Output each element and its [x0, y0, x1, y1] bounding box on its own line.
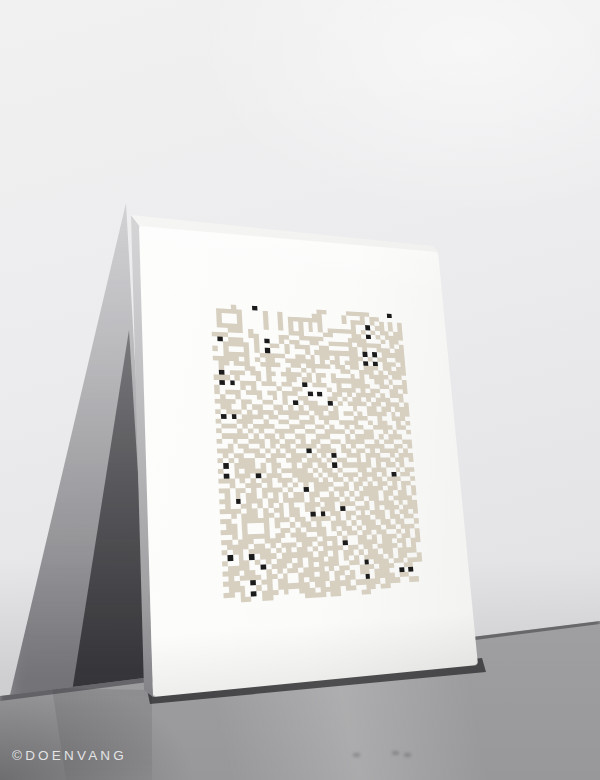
kufic-stroke-cell: [274, 344, 279, 349]
kufic-empty-cell: [212, 351, 218, 356]
kufic-stroke-cell: [362, 467, 367, 472]
kufic-empty-cell: [277, 396, 282, 401]
kufic-stroke-cell: [404, 514, 409, 519]
kufic-empty-cell: [247, 405, 253, 410]
kufic-stroke-cell: [342, 329, 347, 334]
kufic-empty-cell: [284, 340, 289, 345]
kufic-accent-cell: [217, 337, 223, 342]
kufic-stroke-cell: [350, 511, 355, 516]
kufic-empty-cell: [220, 514, 226, 519]
kufic-empty-cell: [277, 483, 283, 488]
kufic-empty-cell: [405, 416, 410, 421]
kufic-empty-cell: [288, 401, 293, 406]
kufic-empty-cell: [275, 528, 281, 533]
kufic-stroke-cell: [309, 336, 314, 341]
kufic-empty-cell: [319, 492, 324, 497]
kufic-empty-cell: [376, 339, 381, 344]
kufic-stroke-cell: [234, 361, 239, 366]
kufic-stroke-cell: [318, 328, 323, 333]
kufic-empty-cell: [329, 346, 334, 351]
kufic-stroke-cell: [324, 420, 329, 425]
kufic-empty-cell: [288, 573, 294, 578]
kufic-empty-cell: [258, 523, 264, 528]
kufic-stroke-cell: [252, 498, 258, 503]
kufic-empty-cell: [355, 575, 360, 580]
kufic-stroke-cell: [239, 576, 245, 582]
kufic-empty-cell: [335, 506, 340, 511]
kufic-stroke-cell: [267, 574, 273, 579]
kufic-empty-cell: [371, 339, 376, 344]
kufic-stroke-cell: [399, 509, 404, 514]
kufic-empty-cell: [315, 355, 320, 360]
kufic-empty-cell: [332, 531, 337, 536]
kufic-stroke-cell: [363, 416, 368, 421]
kufic-empty-cell: [345, 374, 350, 379]
kufic-empty-cell: [249, 453, 255, 458]
kufic-stroke-cell: [320, 577, 325, 582]
kufic-stroke-cell: [367, 411, 372, 416]
kufic-empty-cell: [286, 363, 291, 368]
kufic-stroke-cell: [250, 366, 255, 371]
kufic-stroke-cell: [321, 448, 326, 453]
kufic-stroke-cell: [296, 444, 301, 449]
kufic-empty-cell: [258, 419, 263, 424]
kufic-empty-cell: [314, 572, 319, 577]
kufic-empty-cell: [281, 538, 287, 543]
kufic-empty-cell: [319, 341, 324, 346]
kufic-stroke-cell: [265, 353, 270, 358]
kufic-empty-cell: [223, 459, 229, 464]
kufic-empty-cell: [361, 397, 366, 402]
kufic-stroke-cell: [244, 343, 249, 348]
kufic-empty-cell: [328, 406, 333, 411]
kufic-stroke-cell: [249, 449, 255, 454]
kufic-stroke-cell: [393, 558, 398, 563]
kufic-stroke-cell: [283, 498, 289, 503]
kufic-stroke-cell: [313, 477, 318, 482]
kufic-empty-cell: [308, 396, 313, 401]
kufic-stroke-cell: [317, 310, 322, 315]
kufic-empty-cell: [376, 520, 381, 525]
kufic-empty-cell: [386, 529, 391, 534]
kufic-empty-cell: [252, 315, 257, 320]
kufic-stroke-cell: [306, 364, 311, 369]
kufic-stroke-cell: [325, 429, 330, 434]
kufic-stroke-cell: [254, 338, 259, 343]
kufic-stroke-cell: [254, 343, 259, 348]
kufic-stroke-cell: [226, 530, 232, 535]
kufic-empty-cell: [322, 314, 327, 319]
kufic-stroke-cell: [244, 444, 250, 449]
kufic-stroke-cell: [256, 585, 262, 591]
kufic-stroke-cell: [338, 402, 343, 407]
kufic-stroke-cell: [384, 558, 389, 563]
kufic-stroke-cell: [307, 378, 312, 383]
kufic-empty-cell: [378, 491, 383, 496]
kufic-stroke-cell: [292, 553, 298, 558]
kufic-empty-cell: [338, 338, 343, 343]
kufic-empty-cell: [293, 322, 298, 327]
kufic-stroke-cell: [225, 499, 231, 504]
kufic-empty-cell: [222, 327, 227, 332]
kufic-empty-cell: [257, 493, 263, 498]
kufic-empty-cell: [350, 316, 355, 321]
kufic-stroke-cell: [237, 310, 242, 315]
kufic-stroke-cell: [237, 314, 242, 319]
kufic-artwork-grid: [210, 303, 424, 603]
kufic-stroke-cell: [384, 384, 389, 389]
kufic-empty-cell: [398, 448, 403, 453]
kufic-empty-cell: [227, 429, 233, 434]
kufic-empty-cell: [289, 335, 294, 340]
kufic-empty-cell: [331, 315, 336, 320]
kufic-stroke-cell: [369, 430, 374, 435]
kufic-stroke-cell: [229, 484, 235, 489]
kufic-empty-cell: [374, 384, 379, 389]
kufic-accent-cell: [264, 339, 269, 344]
kufic-stroke-cell: [282, 468, 287, 473]
kufic-empty-cell: [339, 556, 344, 561]
kufic-stroke-cell: [350, 439, 355, 444]
kufic-stroke-cell: [319, 350, 324, 355]
kufic-stroke-cell: [226, 524, 232, 529]
kufic-stroke-cell: [366, 458, 371, 463]
kufic-stroke-cell: [355, 434, 360, 439]
kufic-empty-cell: [364, 317, 369, 322]
kufic-stroke-cell: [325, 355, 330, 360]
kufic-empty-cell: [329, 571, 334, 576]
kufic-empty-cell: [236, 404, 242, 409]
kufic-empty-cell: [295, 349, 300, 354]
kufic-stroke-cell: [316, 517, 321, 522]
kufic-empty-cell: [348, 416, 353, 421]
kufic-stroke-cell: [283, 400, 288, 405]
kufic-accent-cell: [373, 361, 378, 366]
kufic-stroke-cell: [354, 487, 359, 492]
kufic-accent-cell: [399, 567, 404, 572]
kufic-stroke-cell: [403, 505, 408, 510]
kufic-stroke-cell: [278, 584, 284, 589]
kufic-stroke-cell: [396, 367, 401, 372]
kufic-stroke-cell: [336, 516, 341, 521]
kufic-stroke-cell: [234, 468, 240, 473]
kufic-stroke-cell: [394, 448, 399, 453]
kufic-empty-cell: [375, 393, 380, 398]
kufic-empty-cell: [276, 553, 282, 558]
kufic-empty-cell: [340, 434, 345, 439]
kufic-stroke-cell: [321, 444, 326, 449]
kufic-stroke-cell: [292, 377, 297, 382]
kufic-empty-cell: [370, 505, 375, 510]
kufic-stroke-cell: [414, 576, 419, 581]
kufic-accent-cell: [261, 564, 267, 569]
kufic-stroke-cell: [326, 444, 331, 449]
kufic-stroke-cell: [255, 468, 261, 473]
kufic-stroke-cell: [221, 540, 227, 545]
kufic-empty-cell: [217, 454, 223, 459]
kufic-empty-cell: [304, 341, 309, 346]
kufic-empty-cell: [355, 316, 360, 321]
kufic-empty-cell: [258, 513, 264, 518]
kufic-empty-cell: [358, 347, 363, 352]
kufic-empty-cell: [381, 462, 386, 467]
kufic-empty-cell: [285, 354, 290, 359]
kufic-empty-cell: [293, 396, 298, 401]
kufic-empty-cell: [269, 334, 274, 339]
kufic-empty-cell: [255, 463, 261, 468]
kufic-empty-cell: [393, 327, 398, 332]
kufic-empty-cell: [371, 463, 376, 468]
kufic-stroke-cell: [366, 515, 371, 520]
kufic-empty-cell: [238, 449, 244, 454]
kufic-empty-cell: [383, 380, 388, 385]
kufic-empty-cell: [271, 559, 277, 564]
kufic-stroke-cell: [382, 421, 387, 426]
kufic-empty-cell: [222, 566, 228, 572]
kufic-empty-cell: [374, 434, 379, 439]
kufic-empty-cell: [392, 323, 397, 328]
kufic-stroke-cell: [222, 434, 228, 439]
kufic-stroke-cell: [270, 453, 275, 458]
kufic-empty-cell: [329, 355, 334, 360]
kufic-empty-cell: [326, 521, 331, 526]
kufic-empty-cell: [307, 468, 312, 473]
kufic-empty-cell: [267, 395, 272, 400]
kufic-stroke-cell: [352, 406, 357, 411]
kufic-empty-cell: [244, 453, 250, 458]
kufic-empty-cell: [308, 482, 313, 487]
kufic-stroke-cell: [239, 453, 245, 458]
kufic-empty-cell: [248, 324, 253, 329]
kufic-empty-cell: [213, 370, 219, 375]
kufic-stroke-cell: [289, 502, 294, 507]
kufic-stroke-cell: [294, 345, 299, 350]
kufic-stroke-cell: [342, 458, 347, 463]
kufic-empty-cell: [344, 356, 349, 361]
kufic-empty-cell: [332, 324, 337, 329]
kufic-stroke-cell: [374, 496, 379, 501]
kufic-empty-cell: [237, 529, 243, 534]
kufic-empty-cell: [261, 371, 266, 376]
kufic-empty-cell: [350, 506, 355, 511]
kufic-stroke-cell: [336, 378, 341, 383]
kufic-stroke-cell: [409, 467, 414, 472]
kufic-empty-cell: [369, 313, 374, 318]
kufic-stroke-cell: [400, 472, 405, 477]
kufic-stroke-cell: [347, 338, 352, 343]
kufic-stroke-cell: [238, 328, 243, 333]
kufic-stroke-cell: [242, 529, 248, 534]
kufic-stroke-cell: [296, 373, 301, 378]
kufic-empty-cell: [377, 534, 382, 539]
kufic-stroke-cell: [274, 518, 280, 523]
kufic-stroke-cell: [297, 387, 302, 392]
kufic-empty-cell: [260, 357, 265, 362]
kufic-stroke-cell: [408, 500, 413, 505]
kufic-empty-cell: [307, 313, 312, 318]
kufic-stroke-cell: [389, 340, 394, 345]
kufic-empty-cell: [383, 313, 388, 318]
kufic-empty-cell: [211, 308, 216, 313]
kufic-stroke-cell: [231, 524, 237, 529]
kufic-empty-cell: [285, 434, 290, 439]
kufic-stroke-cell: [350, 570, 355, 575]
kufic-stroke-cell: [258, 410, 263, 415]
kufic-empty-cell: [402, 376, 407, 381]
kufic-stroke-cell: [298, 317, 303, 322]
kufic-empty-cell: [344, 560, 349, 565]
kufic-stroke-cell: [322, 383, 327, 388]
kufic-empty-cell: [356, 330, 361, 335]
kufic-stroke-cell: [216, 308, 221, 313]
kufic-stroke-cell: [376, 344, 381, 349]
kufic-empty-cell: [258, 329, 263, 334]
kufic-empty-cell: [243, 333, 248, 338]
kufic-empty-cell: [287, 463, 292, 468]
kufic-empty-cell: [280, 439, 285, 444]
kufic-stroke-cell: [217, 332, 223, 337]
kufic-stroke-cell: [214, 384, 220, 389]
kufic-stroke-cell: [324, 571, 329, 576]
kufic-empty-cell: [339, 496, 344, 501]
kufic-stroke-cell: [354, 496, 359, 501]
kufic-stroke-cell: [251, 483, 257, 488]
kufic-empty-cell: [353, 540, 358, 545]
kufic-stroke-cell: [240, 380, 245, 385]
kufic-stroke-cell: [363, 477, 368, 482]
kufic-empty-cell: [344, 491, 349, 496]
kufic-stroke-cell: [338, 477, 343, 482]
kufic-empty-cell: [305, 439, 310, 444]
kufic-stroke-cell: [311, 527, 316, 532]
kufic-stroke-cell: [276, 558, 282, 563]
kufic-empty-cell: [395, 462, 400, 467]
kufic-empty-cell: [313, 473, 318, 478]
kufic-empty-cell: [348, 406, 353, 411]
kufic-stroke-cell: [330, 439, 335, 444]
kufic-stroke-cell: [258, 414, 263, 419]
kufic-stroke-cell: [275, 538, 281, 543]
kufic-empty-cell: [297, 377, 302, 382]
kufic-stroke-cell: [257, 390, 262, 395]
kufic-stroke-cell: [296, 453, 301, 458]
kufic-empty-cell: [255, 367, 260, 372]
kufic-empty-cell: [279, 330, 284, 335]
kufic-stroke-cell: [306, 527, 311, 532]
kufic-empty-cell: [246, 385, 251, 390]
kufic-stroke-cell: [354, 361, 359, 366]
kufic-stroke-cell: [294, 415, 299, 420]
kufic-stroke-cell: [395, 458, 400, 463]
kufic-stroke-cell: [233, 566, 239, 571]
kufic-stroke-cell: [240, 488, 246, 493]
kufic-stroke-cell: [368, 482, 373, 487]
kufic-empty-cell: [295, 522, 300, 527]
kufic-stroke-cell: [240, 597, 246, 603]
kufic-empty-cell: [246, 591, 252, 597]
kufic-stroke-cell: [384, 331, 389, 336]
kufic-empty-cell: [256, 386, 261, 391]
kufic-empty-cell: [276, 377, 281, 382]
kufic-stroke-cell: [351, 520, 356, 525]
kufic-stroke-cell: [364, 370, 369, 375]
kufic-stroke-cell: [360, 379, 365, 384]
kufic-empty-cell: [241, 498, 247, 503]
kufic-empty-cell: [230, 499, 236, 504]
kufic-stroke-cell: [309, 341, 314, 346]
kufic-empty-cell: [345, 430, 350, 435]
kufic-stroke-cell: [328, 333, 333, 338]
kufic-stroke-cell: [273, 498, 279, 503]
kufic-stroke-cell: [305, 429, 310, 434]
kufic-empty-cell: [255, 362, 260, 367]
kufic-empty-cell: [225, 385, 231, 390]
kufic-empty-cell: [267, 311, 272, 316]
kufic-empty-cell: [294, 588, 300, 593]
kufic-empty-cell: [331, 444, 336, 449]
kufic-stroke-cell: [391, 476, 396, 481]
kufic-empty-cell: [351, 458, 356, 463]
kufic-empty-cell: [396, 533, 401, 538]
kufic-empty-cell: [296, 368, 301, 373]
kufic-empty-cell: [297, 463, 302, 468]
kufic-empty-cell: [337, 463, 342, 468]
kufic-empty-cell: [359, 560, 364, 565]
kufic-stroke-cell: [239, 352, 244, 357]
kufic-stroke-cell: [381, 407, 386, 412]
kufic-empty-cell: [252, 503, 258, 508]
kufic-empty-cell: [318, 401, 323, 406]
kufic-empty-cell: [298, 483, 303, 488]
kufic-stroke-cell: [314, 567, 319, 572]
kufic-empty-cell: [404, 458, 409, 463]
kufic-stroke-cell: [362, 343, 367, 348]
kufic-empty-cell: [320, 502, 325, 507]
kufic-stroke-cell: [305, 588, 311, 593]
kufic-stroke-cell: [386, 462, 391, 467]
kufic-empty-cell: [369, 501, 374, 506]
kufic-stroke-cell: [264, 533, 270, 538]
kufic-empty-cell: [314, 420, 319, 425]
kufic-stroke-cell: [366, 520, 371, 525]
kufic-empty-cell: [342, 531, 347, 536]
kufic-stroke-cell: [237, 409, 243, 414]
kufic-empty-cell: [239, 357, 244, 362]
kufic-stroke-cell: [392, 481, 397, 486]
kufic-stroke-cell: [374, 559, 379, 564]
kufic-empty-cell: [406, 426, 411, 431]
kufic-empty-cell: [388, 375, 393, 380]
kufic-stroke-cell: [266, 372, 271, 377]
kufic-stroke-cell: [223, 346, 229, 351]
kufic-stroke-cell: [278, 488, 284, 493]
kufic-empty-cell: [386, 358, 391, 363]
kufic-stroke-cell: [308, 406, 313, 411]
kufic-empty-cell: [261, 376, 266, 381]
kufic-empty-cell: [261, 575, 267, 580]
kufic-empty-cell: [326, 378, 331, 383]
kufic-empty-cell: [309, 487, 314, 492]
kufic-stroke-cell: [362, 339, 367, 344]
kufic-stroke-cell: [223, 582, 229, 588]
kufic-stroke-cell: [387, 366, 392, 371]
kufic-empty-cell: [370, 384, 375, 389]
kufic-empty-cell: [302, 313, 307, 318]
kufic-stroke-cell: [347, 463, 352, 468]
kufic-stroke-cell: [279, 339, 284, 344]
kufic-stroke-cell: [403, 389, 408, 394]
kufic-empty-cell: [292, 558, 298, 563]
